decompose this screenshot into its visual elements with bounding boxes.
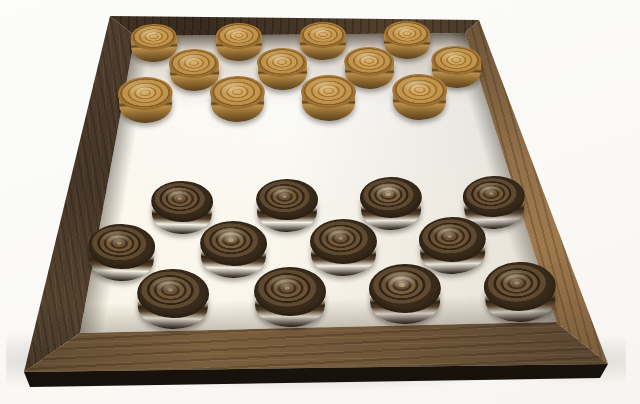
piece-top-face	[431, 45, 482, 76]
piece-dark-r8c4[interactable]	[254, 267, 326, 327]
piece-light-r1c5[interactable]	[300, 22, 346, 60]
piece-top-face	[392, 73, 448, 107]
checkers-photo-scene	[0, 0, 640, 404]
piece-light-r3c5[interactable]	[301, 75, 356, 121]
piece-light-r3c1[interactable]	[117, 76, 173, 124]
piece-top-face	[254, 267, 326, 316]
piece-top-face	[301, 75, 356, 108]
pieces-layer	[0, 0, 640, 404]
piece-light-r3c3[interactable]	[209, 76, 265, 123]
piece-light-r3c7[interactable]	[391, 73, 447, 120]
piece-top-face	[88, 223, 156, 270]
piece-top-face	[257, 47, 307, 76]
piece-light-r1c3[interactable]	[216, 23, 262, 62]
piece-top-face	[344, 46, 394, 76]
piece-top-face	[256, 179, 318, 220]
piece-dark-r8c2[interactable]	[137, 269, 210, 331]
piece-dark-r8c6[interactable]	[369, 264, 442, 325]
piece-dark-r8c8[interactable]	[483, 261, 557, 323]
piece-top-face	[310, 219, 377, 264]
